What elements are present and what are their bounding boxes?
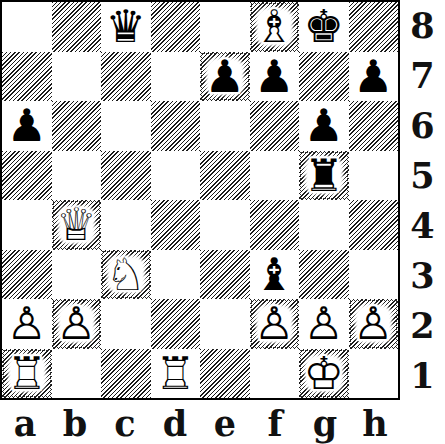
black-bishop[interactable]: ♝ [254,252,294,297]
black-rook[interactable]: ♜ [304,153,344,198]
rank-label-8: 8 [400,0,445,50]
chess-diagram: ♛♗♚♟♟♟♟♟♜♕♘♝♙♙♙♙♙♖♖♔ 87654321 abcdefgh [0,0,445,444]
square-e4[interactable] [200,200,250,250]
file-label-f: f [250,400,300,444]
square-b7[interactable] [52,52,102,102]
square-a3[interactable] [2,250,52,300]
file-label-h: h [350,400,400,444]
square-h2[interactable]: ♙ [349,299,399,349]
square-h6[interactable] [349,101,399,151]
square-e6[interactable] [200,101,250,151]
square-a4[interactable] [2,200,52,250]
white-pawn[interactable]: ♙ [353,301,393,346]
square-e7[interactable]: ♟ [200,52,250,102]
rank-label-5: 5 [400,150,445,200]
square-a2[interactable]: ♙ [2,299,52,349]
square-a1[interactable]: ♖ [2,349,52,399]
square-h3[interactable] [349,250,399,300]
black-pawn[interactable]: ♟ [353,54,393,99]
square-f8[interactable]: ♗ [250,2,300,52]
white-pawn[interactable]: ♙ [254,301,294,346]
square-f5[interactable] [250,151,300,201]
square-c2[interactable] [101,299,151,349]
black-king[interactable]: ♚ [304,4,344,49]
chess-board: ♛♗♚♟♟♟♟♟♜♕♘♝♙♙♙♙♙♖♖♔ [0,0,400,400]
file-label-d: d [150,400,200,444]
square-c3[interactable]: ♘ [101,250,151,300]
square-a5[interactable] [2,151,52,201]
black-pawn[interactable]: ♟ [304,103,344,148]
square-c1[interactable] [101,349,151,399]
square-c6[interactable] [101,101,151,151]
square-b8[interactable] [52,2,102,52]
white-rook[interactable]: ♖ [155,351,195,396]
square-d1[interactable]: ♖ [151,349,201,399]
square-c8[interactable]: ♛ [101,2,151,52]
rank-label-7: 7 [400,50,445,100]
file-label-c: c [100,400,150,444]
file-label-g: g [300,400,350,444]
square-d2[interactable] [151,299,201,349]
square-g5[interactable]: ♜ [299,151,349,201]
rank-label-6: 6 [400,100,445,150]
square-e2[interactable] [200,299,250,349]
square-b4[interactable]: ♕ [52,200,102,250]
square-g8[interactable]: ♚ [299,2,349,52]
rank-label-4: 4 [400,200,445,250]
file-label-e: e [200,400,250,444]
file-label-b: b [50,400,100,444]
black-pawn[interactable]: ♟ [205,54,245,99]
square-g6[interactable]: ♟ [299,101,349,151]
square-b1[interactable] [52,349,102,399]
square-c4[interactable] [101,200,151,250]
square-c7[interactable] [101,52,151,102]
square-b2[interactable]: ♙ [52,299,102,349]
square-a8[interactable] [2,2,52,52]
square-h5[interactable] [349,151,399,201]
rank-labels: 87654321 [400,0,445,400]
square-d7[interactable] [151,52,201,102]
white-rook[interactable]: ♖ [7,351,47,396]
square-h7[interactable]: ♟ [349,52,399,102]
square-a7[interactable] [2,52,52,102]
square-h4[interactable] [349,200,399,250]
square-h8[interactable] [349,2,399,52]
black-queen[interactable]: ♛ [106,4,146,49]
white-king[interactable]: ♔ [304,351,344,396]
square-d3[interactable] [151,250,201,300]
file-labels: abcdefgh [0,400,400,444]
square-g4[interactable] [299,200,349,250]
square-e5[interactable] [200,151,250,201]
square-g2[interactable]: ♙ [299,299,349,349]
square-a6[interactable]: ♟ [2,101,52,151]
square-d8[interactable] [151,2,201,52]
white-pawn[interactable]: ♙ [7,301,47,346]
square-f1[interactable] [250,349,300,399]
rank-label-3: 3 [400,250,445,300]
square-f7[interactable]: ♟ [250,52,300,102]
square-g1[interactable]: ♔ [299,349,349,399]
square-b5[interactable] [52,151,102,201]
white-pawn[interactable]: ♙ [304,301,344,346]
square-e1[interactable] [200,349,250,399]
white-pawn[interactable]: ♙ [56,301,96,346]
black-pawn[interactable]: ♟ [254,54,294,99]
white-bishop[interactable]: ♗ [254,4,294,49]
square-g7[interactable] [299,52,349,102]
square-g3[interactable] [299,250,349,300]
white-knight[interactable]: ♘ [106,252,146,297]
square-d6[interactable] [151,101,201,151]
square-f3[interactable]: ♝ [250,250,300,300]
square-h1[interactable] [349,349,399,399]
rank-label-1: 1 [400,350,445,400]
square-e3[interactable] [200,250,250,300]
square-d4[interactable] [151,200,201,250]
black-pawn[interactable]: ♟ [7,103,47,148]
square-b6[interactable] [52,101,102,151]
square-f2[interactable]: ♙ [250,299,300,349]
file-label-a: a [0,400,50,444]
rank-label-2: 2 [400,300,445,350]
square-c5[interactable] [101,151,151,201]
square-f6[interactable] [250,101,300,151]
square-b3[interactable] [52,250,102,300]
white-queen[interactable]: ♕ [56,202,96,247]
square-d5[interactable] [151,151,201,201]
square-f4[interactable] [250,200,300,250]
square-e8[interactable] [200,2,250,52]
